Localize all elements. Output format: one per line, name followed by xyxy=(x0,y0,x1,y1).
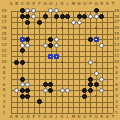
coordinate-label-left: 6 xyxy=(3,83,6,87)
white-stone[interactable] xyxy=(54,43,59,48)
board-intersection-R5[interactable] xyxy=(99,88,105,94)
black-stone[interactable] xyxy=(94,82,99,87)
black-stone[interactable] xyxy=(99,14,104,19)
black-stone[interactable] xyxy=(37,99,42,104)
board-intersection-R13[interactable] xyxy=(99,42,105,48)
black-stone[interactable] xyxy=(25,88,30,93)
coordinate-label-top: C xyxy=(21,2,24,6)
black-stone[interactable] xyxy=(25,94,30,99)
white-stone[interactable] xyxy=(43,88,48,93)
black-stone[interactable] xyxy=(48,43,53,48)
board-intersection-Q18[interactable] xyxy=(93,14,99,20)
black-stone[interactable] xyxy=(54,14,59,19)
black-stone[interactable] xyxy=(88,37,93,42)
coordinate-label-top: G xyxy=(43,2,46,6)
white-stone[interactable] xyxy=(94,14,99,19)
white-stone[interactable] xyxy=(99,88,104,93)
blue-marked-stone[interactable] xyxy=(54,54,59,59)
white-stone[interactable] xyxy=(20,43,25,48)
coordinate-label-left: 16 xyxy=(1,26,6,30)
black-stone[interactable] xyxy=(37,20,42,25)
black-stone[interactable] xyxy=(88,77,93,82)
board-intersection-O4[interactable] xyxy=(82,93,88,99)
coordinate-label-left: 5 xyxy=(3,88,6,92)
go-board[interactable] xyxy=(8,8,116,116)
black-stone[interactable] xyxy=(20,60,25,65)
coordinate-label-left: 10 xyxy=(1,60,6,64)
white-stone[interactable] xyxy=(88,60,93,65)
go-board-screenshot: AABBCCDDEEFFGGHHJJKKLLMMNNOOPPQQRRSSTT19… xyxy=(0,0,120,120)
coordinate-label-top: D xyxy=(26,2,29,6)
coordinate-label-left: 17 xyxy=(1,20,6,24)
coordinate-label-top: K xyxy=(61,2,64,6)
board-intersection-F17[interactable] xyxy=(37,19,43,25)
coordinate-label-top: A xyxy=(10,2,13,6)
blue-marked-stone[interactable] xyxy=(48,54,53,59)
board-intersection-B5[interactable] xyxy=(14,88,20,94)
white-stone[interactable] xyxy=(65,88,70,93)
board-intersection-P10[interactable] xyxy=(88,59,94,65)
coordinate-label-left: 3 xyxy=(3,100,6,104)
black-stone[interactable] xyxy=(25,20,30,25)
coordinate-label-top: H xyxy=(49,2,52,6)
black-stone[interactable] xyxy=(20,48,25,53)
black-stone[interactable] xyxy=(20,14,25,19)
white-stone[interactable] xyxy=(94,71,99,76)
coordinate-label-left: 7 xyxy=(3,77,6,81)
board-intersection-G13[interactable] xyxy=(42,42,48,48)
board-intersection-J19[interactable] xyxy=(54,8,60,14)
white-stone[interactable] xyxy=(99,43,104,48)
white-stone[interactable] xyxy=(20,82,25,87)
coordinate-label-left: 9 xyxy=(3,66,6,70)
black-stone[interactable] xyxy=(25,14,30,19)
black-stone[interactable] xyxy=(43,14,48,19)
board-intersection-G5[interactable] xyxy=(42,88,48,94)
white-stone[interactable] xyxy=(31,8,36,13)
coordinate-label-left: 19 xyxy=(1,9,6,13)
coordinate-label-left: 11 xyxy=(1,54,6,58)
blue-marked-stone[interactable] xyxy=(94,37,99,42)
board-intersection-Q14[interactable] xyxy=(93,37,99,43)
coordinate-label-top: F xyxy=(38,2,40,6)
coordinate-label-top: E xyxy=(32,2,35,6)
black-stone[interactable] xyxy=(82,14,87,19)
white-stone[interactable] xyxy=(25,8,30,13)
board-intersection-J11[interactable] xyxy=(54,54,60,60)
black-stone[interactable] xyxy=(88,88,93,93)
black-stone[interactable] xyxy=(82,94,87,99)
coordinate-label-left: 12 xyxy=(1,49,6,53)
black-stone[interactable] xyxy=(20,77,25,82)
board-intersection-D6[interactable] xyxy=(25,82,31,88)
board-intersection-F3[interactable] xyxy=(37,99,43,105)
board-intersection-P5[interactable] xyxy=(88,88,94,94)
black-stone[interactable] xyxy=(48,82,53,87)
coordinate-label-top: M xyxy=(72,2,75,6)
white-stone[interactable] xyxy=(99,77,104,82)
coordinate-label-top: S xyxy=(106,2,109,6)
black-stone[interactable] xyxy=(77,14,82,19)
board-intersection-N17[interactable] xyxy=(76,19,82,25)
white-stone[interactable] xyxy=(31,14,36,19)
board-intersection-L5[interactable] xyxy=(65,88,71,94)
black-stone[interactable] xyxy=(14,60,19,65)
black-stone[interactable] xyxy=(88,82,93,87)
black-stone[interactable] xyxy=(43,82,48,87)
white-stone[interactable] xyxy=(25,82,30,87)
coordinate-label-left: 13 xyxy=(1,43,6,47)
coordinate-label-left: 15 xyxy=(1,32,6,36)
coordinate-label-left: 2 xyxy=(3,105,6,109)
black-stone[interactable] xyxy=(48,37,53,42)
coordinate-label-top: T xyxy=(112,2,114,6)
white-stone[interactable] xyxy=(25,43,30,48)
board-intersection-H5[interactable] xyxy=(48,88,54,94)
white-stone[interactable] xyxy=(54,37,59,42)
board-intersection-C10[interactable] xyxy=(19,59,25,65)
coordinate-label-top: O xyxy=(83,2,86,6)
black-stone[interactable] xyxy=(20,94,25,99)
board-intersection-R18[interactable] xyxy=(99,14,105,20)
white-stone[interactable] xyxy=(43,43,48,48)
coordinate-label-top: J xyxy=(56,2,57,6)
board-intersection-D13[interactable] xyxy=(25,42,31,48)
white-stone[interactable] xyxy=(54,8,59,13)
board-intersection-C14[interactable] xyxy=(19,37,25,43)
coordinate-label-top: Q xyxy=(94,2,97,6)
black-stone[interactable] xyxy=(20,8,25,13)
coordinate-label-top: R xyxy=(100,2,103,6)
white-stone[interactable] xyxy=(14,88,19,93)
blue-marked-stone[interactable] xyxy=(20,37,25,42)
coordinate-label-top: L xyxy=(67,2,69,6)
black-stone[interactable] xyxy=(20,88,25,93)
coordinate-label-left: 1 xyxy=(3,111,6,115)
black-stone[interactable] xyxy=(25,37,30,42)
coordinate-label-top: B xyxy=(15,2,18,6)
board-intersection-R7[interactable] xyxy=(99,76,105,82)
coordinate-label-left: 8 xyxy=(3,71,6,75)
board-intersection-D17[interactable] xyxy=(25,19,31,25)
black-stone[interactable] xyxy=(60,14,65,19)
coordinate-label-left: 14 xyxy=(1,37,6,41)
coordinate-label-top: N xyxy=(78,2,81,6)
white-stone[interactable] xyxy=(88,14,93,19)
white-stone[interactable] xyxy=(60,88,65,93)
board-intersection-G18[interactable] xyxy=(42,14,48,20)
board-intersection-E18[interactable] xyxy=(31,14,37,20)
coordinate-label-top: P xyxy=(89,2,91,6)
coordinate-label-left: 4 xyxy=(3,94,6,98)
black-stone[interactable] xyxy=(65,14,70,19)
board-intersection-C12[interactable] xyxy=(19,48,25,54)
black-stone[interactable] xyxy=(94,8,99,13)
black-stone[interactable] xyxy=(48,88,53,93)
board-intersection-J13[interactable] xyxy=(54,42,60,48)
coordinate-label-left: 18 xyxy=(1,15,6,19)
white-stone[interactable] xyxy=(71,20,76,25)
black-stone[interactable] xyxy=(82,88,87,93)
white-stone[interactable] xyxy=(48,8,53,13)
white-stone[interactable] xyxy=(77,20,82,25)
board-intersection-D4[interactable] xyxy=(25,93,31,99)
